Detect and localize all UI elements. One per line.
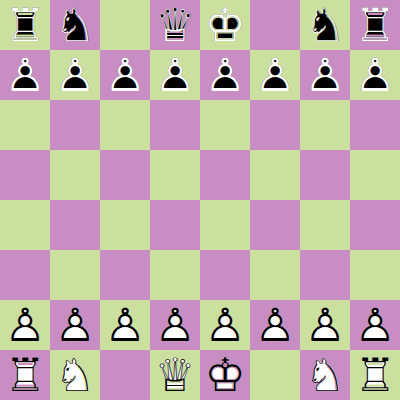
square-f2[interactable]: ♟♙ xyxy=(250,300,300,350)
piece-white-queen[interactable]: ♛♕ xyxy=(150,350,200,400)
piece-outline-layer: ♖ xyxy=(0,350,50,400)
piece-fill-layer: ♚ xyxy=(200,0,250,50)
square-g4[interactable] xyxy=(300,200,350,250)
piece-fill-layer: ♞ xyxy=(300,350,350,400)
piece-fill-layer: ♞ xyxy=(50,0,100,50)
piece-fill-layer: ♜ xyxy=(0,350,50,400)
square-d3[interactable] xyxy=(150,250,200,300)
square-h6[interactable] xyxy=(350,100,400,150)
piece-fill-layer: ♜ xyxy=(0,0,50,50)
square-e8[interactable]: ♚♔ xyxy=(200,0,250,50)
piece-outline-layer: ♙ xyxy=(150,50,200,100)
piece-fill-layer: ♟ xyxy=(250,50,300,100)
square-h5[interactable] xyxy=(350,150,400,200)
piece-fill-layer: ♚ xyxy=(200,350,250,400)
piece-black-queen[interactable]: ♛♕ xyxy=(150,0,200,50)
piece-white-knight[interactable]: ♞♘ xyxy=(300,350,350,400)
piece-black-pawn[interactable]: ♟♙ xyxy=(50,50,100,100)
square-e1[interactable]: ♚♔ xyxy=(200,350,250,400)
square-c5[interactable] xyxy=(100,150,150,200)
piece-black-pawn[interactable]: ♟♙ xyxy=(150,50,200,100)
square-g3[interactable] xyxy=(300,250,350,300)
piece-black-pawn[interactable]: ♟♙ xyxy=(200,50,250,100)
square-d1[interactable]: ♛♕ xyxy=(150,350,200,400)
piece-fill-layer: ♟ xyxy=(50,50,100,100)
piece-outline-layer: ♙ xyxy=(300,50,350,100)
square-a1[interactable]: ♜♖ xyxy=(0,350,50,400)
piece-white-rook[interactable]: ♜♖ xyxy=(0,350,50,400)
piece-black-pawn[interactable]: ♟♙ xyxy=(100,50,150,100)
piece-white-rook[interactable]: ♜♖ xyxy=(350,350,400,400)
piece-outline-layer: ♙ xyxy=(100,50,150,100)
piece-outline-layer: ♙ xyxy=(200,50,250,100)
piece-outline-layer: ♖ xyxy=(0,0,50,50)
piece-outline-layer: ♙ xyxy=(250,50,300,100)
piece-black-pawn[interactable]: ♟♙ xyxy=(0,50,50,100)
piece-outline-layer: ♙ xyxy=(100,300,150,350)
square-e5[interactable] xyxy=(200,150,250,200)
piece-fill-layer: ♞ xyxy=(50,350,100,400)
piece-outline-layer: ♘ xyxy=(50,350,100,400)
piece-fill-layer: ♟ xyxy=(100,50,150,100)
piece-fill-layer: ♛ xyxy=(150,350,200,400)
piece-outline-layer: ♙ xyxy=(0,300,50,350)
piece-outline-layer: ♖ xyxy=(350,350,400,400)
square-d5[interactable] xyxy=(150,150,200,200)
piece-fill-layer: ♟ xyxy=(250,300,300,350)
square-g7[interactable]: ♟♙ xyxy=(300,50,350,100)
piece-white-pawn[interactable]: ♟♙ xyxy=(300,300,350,350)
chess-board-container: ♜♖♞♘♛♕♚♔♞♘♜♖♟♙♟♙♟♙♟♙♟♙♟♙♟♙♟♙♟♙♟♙♟♙♟♙♟♙♟♙… xyxy=(0,0,400,400)
piece-outline-layer: ♔ xyxy=(200,350,250,400)
piece-black-knight[interactable]: ♞♘ xyxy=(300,0,350,50)
square-a4[interactable] xyxy=(0,200,50,250)
piece-outline-layer: ♘ xyxy=(300,0,350,50)
square-d4[interactable] xyxy=(150,200,200,250)
square-h3[interactable] xyxy=(350,250,400,300)
square-b8[interactable]: ♞♘ xyxy=(50,0,100,50)
square-b3[interactable] xyxy=(50,250,100,300)
square-h1[interactable]: ♜♖ xyxy=(350,350,400,400)
square-e2[interactable]: ♟♙ xyxy=(200,300,250,350)
square-e6[interactable] xyxy=(200,100,250,150)
piece-outline-layer: ♙ xyxy=(250,300,300,350)
piece-outline-layer: ♙ xyxy=(0,50,50,100)
piece-fill-layer: ♟ xyxy=(100,300,150,350)
square-b6[interactable] xyxy=(50,100,100,150)
piece-fill-layer: ♟ xyxy=(200,50,250,100)
square-b5[interactable] xyxy=(50,150,100,200)
square-c8[interactable] xyxy=(100,0,150,50)
piece-fill-layer: ♟ xyxy=(0,300,50,350)
piece-fill-layer: ♟ xyxy=(50,300,100,350)
square-f4[interactable] xyxy=(250,200,300,250)
square-f6[interactable] xyxy=(250,100,300,150)
square-d2[interactable]: ♟♙ xyxy=(150,300,200,350)
piece-fill-layer: ♟ xyxy=(350,50,400,100)
piece-fill-layer: ♟ xyxy=(150,50,200,100)
piece-fill-layer: ♛ xyxy=(150,0,200,50)
piece-outline-layer: ♘ xyxy=(50,0,100,50)
piece-white-pawn[interactable]: ♟♙ xyxy=(150,300,200,350)
square-c7[interactable]: ♟♙ xyxy=(100,50,150,100)
piece-white-pawn[interactable]: ♟♙ xyxy=(350,300,400,350)
square-b4[interactable] xyxy=(50,200,100,250)
piece-outline-layer: ♙ xyxy=(200,300,250,350)
piece-black-pawn[interactable]: ♟♙ xyxy=(250,50,300,100)
piece-fill-layer: ♜ xyxy=(350,0,400,50)
piece-white-king[interactable]: ♚♔ xyxy=(200,350,250,400)
square-c4[interactable] xyxy=(100,200,150,250)
piece-black-knight[interactable]: ♞♘ xyxy=(50,0,100,50)
square-d6[interactable] xyxy=(150,100,200,150)
piece-black-rook[interactable]: ♜♖ xyxy=(350,0,400,50)
square-g1[interactable]: ♞♘ xyxy=(300,350,350,400)
piece-fill-layer: ♟ xyxy=(350,300,400,350)
piece-white-pawn[interactable]: ♟♙ xyxy=(50,300,100,350)
square-h7[interactable]: ♟♙ xyxy=(350,50,400,100)
square-a7[interactable]: ♟♙ xyxy=(0,50,50,100)
square-f3[interactable] xyxy=(250,250,300,300)
piece-outline-layer: ♘ xyxy=(300,350,350,400)
square-a8[interactable]: ♜♖ xyxy=(0,0,50,50)
piece-fill-layer: ♜ xyxy=(350,350,400,400)
square-h4[interactable] xyxy=(350,200,400,250)
piece-black-king[interactable]: ♚♔ xyxy=(200,0,250,50)
piece-black-pawn[interactable]: ♟♙ xyxy=(300,50,350,100)
piece-white-knight[interactable]: ♞♘ xyxy=(50,350,100,400)
piece-fill-layer: ♟ xyxy=(0,50,50,100)
square-g6[interactable] xyxy=(300,100,350,150)
piece-white-pawn[interactable]: ♟♙ xyxy=(100,300,150,350)
piece-outline-layer: ♙ xyxy=(50,300,100,350)
square-h2[interactable]: ♟♙ xyxy=(350,300,400,350)
square-b2[interactable]: ♟♙ xyxy=(50,300,100,350)
square-a5[interactable] xyxy=(0,150,50,200)
piece-white-pawn[interactable]: ♟♙ xyxy=(200,300,250,350)
square-d8[interactable]: ♛♕ xyxy=(150,0,200,50)
piece-white-pawn[interactable]: ♟♙ xyxy=(0,300,50,350)
square-e3[interactable] xyxy=(200,250,250,300)
square-c2[interactable]: ♟♙ xyxy=(100,300,150,350)
square-c3[interactable] xyxy=(100,250,150,300)
piece-outline-layer: ♙ xyxy=(150,300,200,350)
piece-outline-layer: ♙ xyxy=(350,50,400,100)
square-b7[interactable]: ♟♙ xyxy=(50,50,100,100)
piece-outline-layer: ♕ xyxy=(150,0,200,50)
piece-outline-layer: ♕ xyxy=(150,350,200,400)
square-a6[interactable] xyxy=(0,100,50,150)
square-g8[interactable]: ♞♘ xyxy=(300,0,350,50)
piece-fill-layer: ♟ xyxy=(150,300,200,350)
piece-outline-layer: ♙ xyxy=(350,300,400,350)
square-g2[interactable]: ♟♙ xyxy=(300,300,350,350)
piece-outline-layer: ♔ xyxy=(200,0,250,50)
square-d7[interactable]: ♟♙ xyxy=(150,50,200,100)
piece-fill-layer: ♟ xyxy=(300,300,350,350)
square-f1[interactable] xyxy=(250,350,300,400)
square-f5[interactable] xyxy=(250,150,300,200)
square-a2[interactable]: ♟♙ xyxy=(0,300,50,350)
piece-outline-layer: ♙ xyxy=(300,300,350,350)
piece-outline-layer: ♙ xyxy=(50,50,100,100)
square-e7[interactable]: ♟♙ xyxy=(200,50,250,100)
piece-white-pawn[interactable]: ♟♙ xyxy=(250,300,300,350)
square-h8[interactable]: ♜♖ xyxy=(350,0,400,50)
square-f7[interactable]: ♟♙ xyxy=(250,50,300,100)
square-e4[interactable] xyxy=(200,200,250,250)
piece-outline-layer: ♖ xyxy=(350,0,400,50)
square-f8[interactable] xyxy=(250,0,300,50)
piece-fill-layer: ♟ xyxy=(200,300,250,350)
square-a3[interactable] xyxy=(0,250,50,300)
square-b1[interactable]: ♞♘ xyxy=(50,350,100,400)
chess-board[interactable]: ♜♖♞♘♛♕♚♔♞♘♜♖♟♙♟♙♟♙♟♙♟♙♟♙♟♙♟♙♟♙♟♙♟♙♟♙♟♙♟♙… xyxy=(0,0,400,400)
piece-black-pawn[interactable]: ♟♙ xyxy=(350,50,400,100)
square-c1[interactable] xyxy=(100,350,150,400)
piece-fill-layer: ♞ xyxy=(300,0,350,50)
square-c6[interactable] xyxy=(100,100,150,150)
piece-fill-layer: ♟ xyxy=(300,50,350,100)
piece-black-rook[interactable]: ♜♖ xyxy=(0,0,50,50)
square-g5[interactable] xyxy=(300,150,350,200)
